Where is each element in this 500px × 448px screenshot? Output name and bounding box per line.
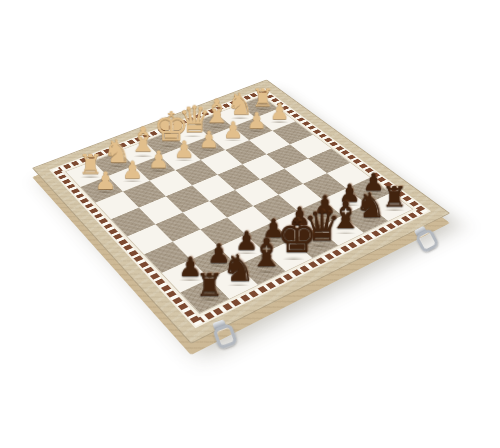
- product-photo-background: ♜♞♝♚♛♝♞♜♟♟♟♟♟♟♟♟♟♟♟♟♟♟♟♟♜♞♝♚♛♝♞♜: [0, 0, 500, 448]
- border-ornament-ring: ♜♞♝♚♛♝♞♜♟♟♟♟♟♟♟♟♟♟♟♟♟♟♟♟♜♞♝♚♛♝♞♜: [49, 88, 431, 328]
- square-g4: [139, 196, 183, 224]
- clasp-loop-icon: [212, 323, 238, 350]
- board-squares: ♜♞♝♚♛♝♞♜♟♟♟♟♟♟♟♟♟♟♟♟♟♟♟♟♜♞♝♚♛♝♞♜: [65, 96, 413, 314]
- board-wood-frame: ♜♞♝♚♛♝♞♜♟♟♟♟♟♟♟♟♟♟♟♟♟♟♟♟♜♞♝♚♛♝♞♜: [32, 80, 450, 344]
- chess-board: ♜♞♝♚♛♝♞♜♟♟♟♟♟♟♟♟♟♟♟♟♟♟♟♟♜♞♝♚♛♝♞♜: [32, 80, 450, 344]
